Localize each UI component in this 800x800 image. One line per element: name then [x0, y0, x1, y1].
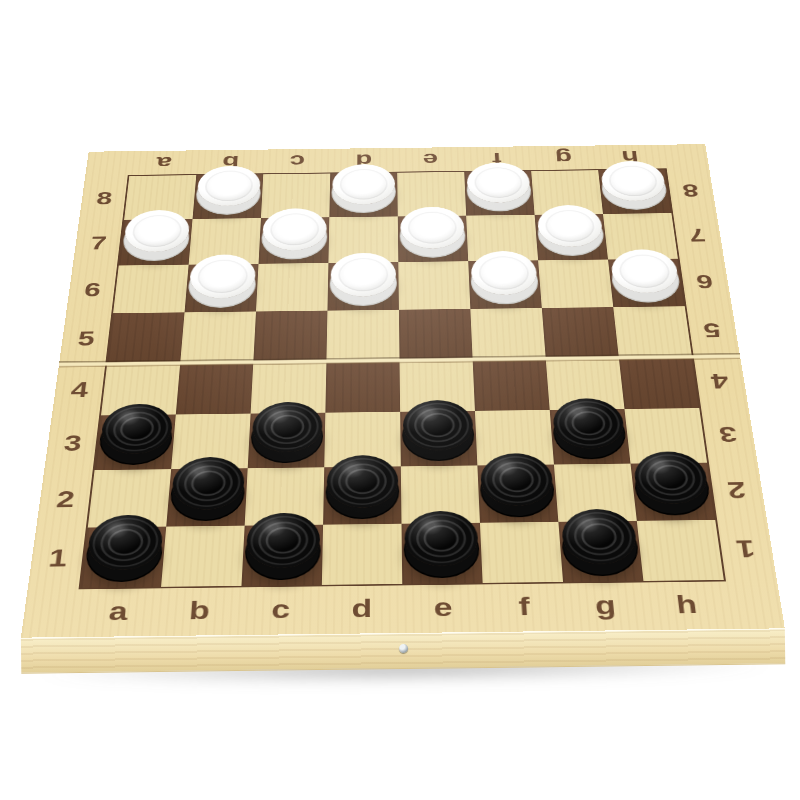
file-label-top-e: e [397, 148, 464, 172]
file-label-top-a: a [129, 151, 198, 175]
file-label-bottom-h: h [644, 584, 730, 623]
file-label-bottom-a: a [76, 591, 161, 630]
file-label-bottom-e: e [402, 587, 484, 626]
file-label-top-g: g [529, 146, 598, 170]
file-label-bottom-f: f [483, 586, 567, 625]
rank-label-right-6: 6 [678, 258, 732, 306]
rank-label-right-1: 1 [715, 519, 777, 580]
rank-label-left-3: 3 [44, 415, 101, 470]
hinge-screw [399, 644, 408, 653]
file-label-bottom-b: b [157, 590, 241, 629]
file-label-top-c: c [263, 149, 330, 173]
rank-label-left-7: 7 [73, 220, 124, 266]
rank-label-right-3: 3 [699, 407, 757, 462]
file-label-bottom-d: d [321, 588, 403, 627]
rank-label-left-5: 5 [59, 313, 113, 364]
photo-background: aabbccddeeffgghh8877665544332211 [0, 0, 800, 800]
checkers-board-scene: aabbccddeeffgghh8877665544332211 [0, 0, 800, 800]
rank-label-right-8: 8 [665, 169, 716, 213]
file-label-bottom-c: c [239, 589, 322, 628]
rank-label-left-4: 4 [52, 363, 107, 416]
rank-label-left-2: 2 [36, 470, 94, 528]
file-label-bottom-g: g [563, 585, 648, 624]
rank-label-right-2: 2 [707, 462, 767, 520]
rank-label-left-8: 8 [79, 176, 129, 220]
board-plane: aabbccddeeffgghh8877665544332211 [21, 144, 785, 637]
rank-label-left-1: 1 [28, 528, 88, 589]
rank-label-right-7: 7 [671, 213, 724, 259]
rank-label-right-5: 5 [685, 306, 740, 356]
rank-label-right-4: 4 [692, 355, 749, 408]
rank-label-left-6: 6 [66, 265, 119, 313]
